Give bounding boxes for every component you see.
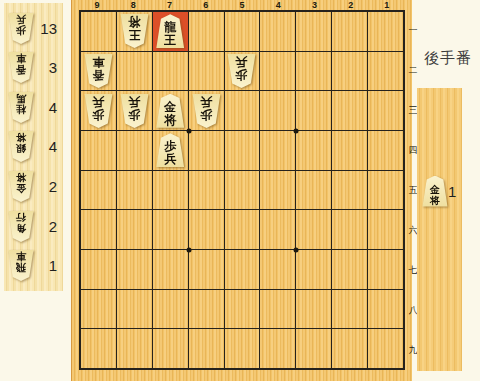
board-cell[interactable] (368, 329, 403, 368)
piece-char: 歩 (128, 108, 140, 121)
hoshi-dot (187, 247, 192, 252)
board-cell[interactable] (368, 52, 403, 91)
board-cell[interactable] (117, 52, 152, 91)
hand-count: 2 (49, 218, 60, 235)
piece-char: 角 (16, 223, 26, 234)
piece-char: 馬 (16, 93, 26, 104)
piece-shadow: 金将 (422, 176, 448, 207)
sente-piece[interactable]: 金将 (156, 94, 185, 128)
hand-count: 3 (49, 59, 60, 76)
piece-char: 銀 (16, 143, 26, 154)
piece-shadow: 飛車 (8, 250, 34, 281)
board-cell[interactable] (368, 131, 403, 170)
piece-char: 金 (430, 184, 440, 195)
sente-piece[interactable]: 歩兵 (156, 133, 185, 167)
board-cell[interactable] (296, 52, 331, 91)
piece-shadow: 歩兵 (227, 54, 256, 88)
hand-item: 金将1 (417, 174, 462, 208)
board-cell[interactable] (225, 290, 260, 329)
gote-piece[interactable]: 王将 (120, 14, 149, 48)
board-cell[interactable] (296, 12, 331, 51)
hoshi-dot (187, 129, 192, 134)
board-cell[interactable] (225, 250, 260, 289)
hand-count: 1 (49, 257, 60, 274)
board-cell[interactable] (296, 131, 331, 170)
board-cell[interactable]: 歩兵 (117, 91, 152, 130)
board-cell[interactable] (81, 12, 116, 51)
piece-char: 桂 (16, 104, 26, 115)
piece-char: 王 (164, 34, 176, 47)
board-cell[interactable] (332, 91, 367, 130)
board-cell[interactable] (296, 290, 331, 329)
piece-shadow: 歩兵 (120, 94, 149, 128)
hand-count: 1 (448, 183, 458, 200)
piece-char: 将 (430, 195, 440, 206)
file-label: 2 (333, 0, 369, 10)
piece-char: 兵 (16, 14, 26, 25)
board-cell[interactable] (81, 250, 116, 289)
board-cell[interactable] (260, 329, 295, 368)
piece-shadow: 桂馬 (8, 92, 34, 123)
piece-char: 歩 (16, 25, 26, 36)
piece-char: 歩 (236, 68, 248, 81)
turn-indicator: 後手番 (417, 49, 479, 68)
board-cell[interactable] (332, 290, 367, 329)
file-label: 1 (369, 0, 405, 10)
board-cell[interactable]: 王将 (117, 12, 152, 51)
gote-piece[interactable]: 歩兵 (192, 94, 221, 128)
piece-char: 兵 (236, 55, 248, 68)
hand-item: 香車3 (8, 50, 60, 86)
board-cell[interactable]: 歩兵 (225, 52, 260, 91)
file-label: 8 (115, 0, 151, 10)
board-cell[interactable] (153, 52, 188, 91)
shogi-board: 987654321 王将龍王香車歩兵歩兵歩兵金将歩兵歩兵 一二三四五六七八九 (71, 0, 412, 381)
board-cell[interactable] (260, 91, 295, 130)
board-cell[interactable] (296, 171, 331, 210)
board-cell[interactable] (153, 329, 188, 368)
piece-shadow: 香車 (84, 54, 113, 88)
piece-shadow: 歩兵 (8, 13, 34, 44)
board-cell[interactable] (332, 171, 367, 210)
board-cell[interactable]: 香車 (81, 52, 116, 91)
board-cell[interactable] (189, 12, 224, 51)
board-cell[interactable] (368, 12, 403, 51)
piece-shadow: 金将 (8, 171, 34, 202)
piece-char: 将 (164, 114, 176, 127)
file-label: 9 (79, 0, 115, 10)
board-cell[interactable] (368, 171, 403, 210)
board-cell[interactable] (117, 250, 152, 289)
board-cell[interactable] (332, 131, 367, 170)
board-cell[interactable] (81, 210, 116, 249)
shogi-diagram: 歩兵13香車3桂馬4銀将4金将2角行2飛車1 987654321 王将龍王香車歩… (0, 0, 480, 381)
piece-char: 兵 (128, 95, 140, 108)
piece-shadow: 龍王 (156, 14, 185, 48)
board-cell[interactable] (117, 290, 152, 329)
rank-label: 一 (406, 10, 420, 50)
file-label: 7 (151, 0, 187, 10)
sente-piece[interactable]: 金将 (422, 176, 448, 207)
board-cell[interactable] (81, 329, 116, 368)
piece-shadow: 歩兵 (84, 94, 113, 128)
gote-piece[interactable]: 歩兵 (227, 54, 256, 88)
piece-char: 王 (128, 28, 140, 41)
board-cell[interactable] (260, 290, 295, 329)
hand-count: 2 (49, 178, 60, 195)
piece-char: 将 (16, 132, 26, 143)
file-label: 6 (188, 0, 224, 10)
board-cell[interactable] (260, 131, 295, 170)
board-cell[interactable] (117, 329, 152, 368)
board-cell[interactable] (332, 12, 367, 51)
piece-shadow: 金将 (156, 94, 185, 128)
piece-shadow: 銀将 (8, 131, 34, 162)
board-cell[interactable] (332, 210, 367, 249)
piece-char: 歩 (92, 108, 104, 121)
piece-char: 車 (16, 53, 26, 64)
board-cell[interactable] (189, 250, 224, 289)
file-label: 3 (296, 0, 332, 10)
board-cell[interactable] (368, 91, 403, 130)
board-cell[interactable] (189, 290, 224, 329)
board-cell[interactable] (153, 210, 188, 249)
gote-piece[interactable]: 桂馬 (8, 92, 34, 123)
board-cell[interactable] (296, 210, 331, 249)
board-cell[interactable] (368, 250, 403, 289)
hand-item: 飛車1 (8, 248, 60, 284)
board-cell[interactable] (81, 131, 116, 170)
board-cell[interactable] (260, 12, 295, 51)
piece-char: 金 (16, 183, 26, 194)
piece-shadow: 香車 (8, 52, 34, 83)
sente-hand-tray: 金将1 (417, 88, 462, 371)
hand-item: 金将2 (8, 169, 60, 205)
piece-char: 兵 (92, 95, 104, 108)
piece-char: 金 (164, 101, 176, 114)
board-cell[interactable] (225, 171, 260, 210)
board-cell[interactable] (225, 12, 260, 51)
piece-char: 車 (16, 251, 26, 262)
board-cell[interactable] (225, 91, 260, 130)
board-cell[interactable] (296, 329, 331, 368)
gote-piece[interactable]: 歩兵 (84, 94, 113, 128)
file-label: 4 (260, 0, 296, 10)
piece-char: 将 (16, 172, 26, 183)
board-cell[interactable] (260, 250, 295, 289)
board-cell[interactable] (189, 210, 224, 249)
board-cell[interactable]: 歩兵 (189, 91, 224, 130)
board-cell[interactable] (260, 210, 295, 249)
board-cell[interactable] (153, 250, 188, 289)
board-cell[interactable] (117, 210, 152, 249)
file-label: 5 (224, 0, 260, 10)
piece-char: 香 (92, 68, 104, 81)
board-cell[interactable] (81, 171, 116, 210)
gote-piece[interactable]: 香車 (8, 52, 34, 83)
gote-piece[interactable]: 角行 (8, 211, 34, 242)
board-cell[interactable] (81, 290, 116, 329)
board-cell[interactable] (153, 290, 188, 329)
board-cell[interactable] (368, 290, 403, 329)
gote-piece[interactable]: 歩兵 (8, 13, 34, 44)
board-cell[interactable] (225, 131, 260, 170)
piece-shadow: 歩兵 (192, 94, 221, 128)
board-cell[interactable] (189, 52, 224, 91)
board-cell[interactable] (332, 52, 367, 91)
board-cell[interactable]: 龍王 (153, 12, 188, 51)
board-cell[interactable] (368, 210, 403, 249)
hand-item: 歩兵13 (8, 10, 60, 46)
piece-char: 歩 (200, 108, 212, 121)
board-cell[interactable]: 金将 (153, 91, 188, 130)
board-cell[interactable] (189, 171, 224, 210)
piece-char: 兵 (164, 153, 176, 166)
gote-piece[interactable]: 金将 (8, 171, 34, 202)
board-cell[interactable] (189, 329, 224, 368)
hand-item: 桂馬4 (8, 89, 60, 125)
hand-item: 銀将4 (8, 129, 60, 165)
board-cell[interactable] (225, 329, 260, 368)
gote-hand-tray: 歩兵13香車3桂馬4銀将4金将2角行2飛車1 (4, 3, 63, 291)
hand-count: 4 (49, 99, 60, 116)
board-cell[interactable] (332, 250, 367, 289)
board-cell[interactable] (296, 250, 331, 289)
file-labels: 987654321 (79, 0, 405, 10)
gote-piece[interactable]: 銀将 (8, 131, 34, 162)
board-cell[interactable] (332, 329, 367, 368)
piece-char: 車 (92, 55, 104, 68)
board-cell[interactable]: 歩兵 (81, 91, 116, 130)
board-cell[interactable] (260, 171, 295, 210)
piece-shadow: 角行 (8, 211, 34, 242)
board-grid: 王将龍王香車歩兵歩兵歩兵金将歩兵歩兵 (79, 10, 405, 370)
gote-piece[interactable]: 歩兵 (120, 94, 149, 128)
piece-shadow: 歩兵 (156, 133, 185, 167)
hand-item: 角行2 (8, 208, 60, 244)
board-cell[interactable]: 歩兵 (153, 131, 188, 170)
board-cell[interactable] (296, 91, 331, 130)
gote-piece[interactable]: 飛車 (8, 250, 34, 281)
piece-shadow: 王将 (120, 14, 149, 48)
piece-char: 香 (16, 64, 26, 75)
board-cell[interactable] (260, 52, 295, 91)
hoshi-dot (294, 129, 299, 134)
board-cell[interactable] (153, 171, 188, 210)
hand-count: 13 (40, 20, 60, 37)
hand-count: 4 (49, 138, 60, 155)
piece-char: 将 (128, 15, 140, 28)
sente-piece[interactable]: 龍王 (156, 14, 185, 48)
board-cell[interactable] (225, 210, 260, 249)
board-cell[interactable] (117, 131, 152, 170)
hoshi-dot (294, 247, 299, 252)
gote-piece[interactable]: 香車 (84, 54, 113, 88)
piece-char: 行 (16, 212, 26, 223)
piece-char: 兵 (200, 95, 212, 108)
piece-char: 飛 (16, 262, 26, 273)
board-cell[interactable] (117, 171, 152, 210)
board-cell[interactable] (189, 131, 224, 170)
